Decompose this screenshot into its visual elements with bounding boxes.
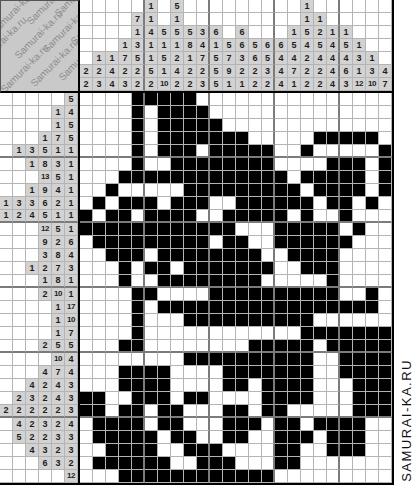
board-cell[interactable] bbox=[158, 171, 171, 184]
board-cell[interactable] bbox=[301, 262, 314, 275]
board-cell[interactable] bbox=[223, 444, 236, 457]
board-cell[interactable] bbox=[93, 327, 106, 340]
board-cell[interactable] bbox=[197, 457, 210, 470]
board-cell[interactable] bbox=[158, 457, 171, 470]
board-cell[interactable] bbox=[132, 353, 145, 366]
board-cell[interactable] bbox=[301, 119, 314, 132]
board-cell[interactable] bbox=[158, 210, 171, 223]
board-cell[interactable] bbox=[132, 184, 145, 197]
board-cell[interactable] bbox=[366, 340, 379, 353]
board-cell[interactable] bbox=[288, 366, 301, 379]
board-cell[interactable] bbox=[366, 171, 379, 184]
board-cell[interactable] bbox=[119, 106, 132, 119]
board-cell[interactable] bbox=[93, 379, 106, 392]
board-cell[interactable] bbox=[288, 145, 301, 158]
board-cell[interactable] bbox=[93, 262, 106, 275]
board-cell[interactable] bbox=[288, 249, 301, 262]
board-cell[interactable] bbox=[197, 366, 210, 379]
board-cell[interactable] bbox=[106, 314, 119, 327]
board-cell[interactable] bbox=[340, 431, 353, 444]
board-cell[interactable] bbox=[210, 379, 223, 392]
board-cell[interactable] bbox=[288, 223, 301, 236]
board-cell[interactable] bbox=[132, 119, 145, 132]
board-cell[interactable] bbox=[340, 132, 353, 145]
board-cell[interactable] bbox=[184, 431, 197, 444]
board-cell[interactable] bbox=[327, 262, 340, 275]
board-cell[interactable] bbox=[288, 314, 301, 327]
board-cell[interactable] bbox=[93, 288, 106, 301]
board-cell[interactable] bbox=[93, 158, 106, 171]
board-cell[interactable] bbox=[171, 353, 184, 366]
board-cell[interactable] bbox=[119, 119, 132, 132]
board-cell[interactable] bbox=[171, 275, 184, 288]
board-cell[interactable] bbox=[80, 340, 93, 353]
board-cell[interactable] bbox=[288, 132, 301, 145]
board-cell[interactable] bbox=[340, 106, 353, 119]
board-cell[interactable] bbox=[236, 301, 249, 314]
board-cell[interactable] bbox=[119, 145, 132, 158]
board-cell[interactable] bbox=[106, 158, 119, 171]
board-cell[interactable] bbox=[184, 314, 197, 327]
board-cell[interactable] bbox=[353, 171, 366, 184]
board-cell[interactable] bbox=[145, 327, 158, 340]
board-cell[interactable] bbox=[145, 210, 158, 223]
board-cell[interactable] bbox=[249, 418, 262, 431]
board-cell[interactable] bbox=[132, 262, 145, 275]
board-cell[interactable] bbox=[197, 275, 210, 288]
board-cell[interactable] bbox=[340, 236, 353, 249]
board-cell[interactable] bbox=[275, 353, 288, 366]
board-cell[interactable] bbox=[223, 210, 236, 223]
board-cell[interactable] bbox=[106, 353, 119, 366]
board-cell[interactable] bbox=[340, 444, 353, 457]
board-cell[interactable] bbox=[223, 392, 236, 405]
board-cell[interactable] bbox=[275, 314, 288, 327]
board-cell[interactable] bbox=[132, 93, 145, 106]
board-cell[interactable] bbox=[236, 171, 249, 184]
board-cell[interactable] bbox=[314, 444, 327, 457]
board-cell[interactable] bbox=[158, 301, 171, 314]
board-cell[interactable] bbox=[301, 210, 314, 223]
board-cell[interactable] bbox=[379, 93, 392, 106]
board-cell[interactable] bbox=[249, 184, 262, 197]
board-cell[interactable] bbox=[262, 405, 275, 418]
board-cell[interactable] bbox=[366, 275, 379, 288]
board-cell[interactable] bbox=[288, 288, 301, 301]
board-cell[interactable] bbox=[106, 93, 119, 106]
board-cell[interactable] bbox=[275, 392, 288, 405]
board-cell[interactable] bbox=[145, 119, 158, 132]
board-cell[interactable] bbox=[93, 145, 106, 158]
board-cell[interactable] bbox=[106, 145, 119, 158]
board-cell[interactable] bbox=[366, 457, 379, 470]
board-cell[interactable] bbox=[119, 197, 132, 210]
board-cell[interactable] bbox=[314, 262, 327, 275]
board-cell[interactable] bbox=[314, 314, 327, 327]
board-cell[interactable] bbox=[379, 262, 392, 275]
board-cell[interactable] bbox=[80, 210, 93, 223]
board-cell[interactable] bbox=[132, 444, 145, 457]
board-cell[interactable] bbox=[132, 275, 145, 288]
board-cell[interactable] bbox=[262, 301, 275, 314]
board-cell[interactable] bbox=[145, 366, 158, 379]
board-cell[interactable] bbox=[236, 210, 249, 223]
board-cell[interactable] bbox=[288, 275, 301, 288]
board-cell[interactable] bbox=[236, 106, 249, 119]
board-cell[interactable] bbox=[223, 431, 236, 444]
board-cell[interactable] bbox=[223, 340, 236, 353]
board-cell[interactable] bbox=[197, 288, 210, 301]
board-cell[interactable] bbox=[366, 379, 379, 392]
board-cell[interactable] bbox=[379, 314, 392, 327]
board-cell[interactable] bbox=[197, 262, 210, 275]
board-cell[interactable] bbox=[93, 236, 106, 249]
board-cell[interactable] bbox=[379, 236, 392, 249]
board-cell[interactable] bbox=[106, 223, 119, 236]
board-cell[interactable] bbox=[171, 444, 184, 457]
board-cell[interactable] bbox=[106, 210, 119, 223]
board-cell[interactable] bbox=[249, 431, 262, 444]
board-cell[interactable] bbox=[80, 301, 93, 314]
board-cell[interactable] bbox=[197, 145, 210, 158]
board-cell[interactable] bbox=[301, 366, 314, 379]
board-cell[interactable] bbox=[184, 223, 197, 236]
board-cell[interactable] bbox=[93, 392, 106, 405]
board-cell[interactable] bbox=[353, 145, 366, 158]
board-cell[interactable] bbox=[379, 249, 392, 262]
board-cell[interactable] bbox=[327, 184, 340, 197]
board-cell[interactable] bbox=[119, 210, 132, 223]
board-cell[interactable] bbox=[379, 366, 392, 379]
board-cell[interactable] bbox=[158, 158, 171, 171]
board-cell[interactable] bbox=[262, 470, 275, 483]
board-cell[interactable] bbox=[145, 223, 158, 236]
board-cell[interactable] bbox=[366, 301, 379, 314]
board-cell[interactable] bbox=[158, 223, 171, 236]
board-cell[interactable] bbox=[158, 405, 171, 418]
board-cell[interactable] bbox=[262, 457, 275, 470]
board-cell[interactable] bbox=[171, 158, 184, 171]
board-cell[interactable] bbox=[171, 327, 184, 340]
board-cell[interactable] bbox=[314, 470, 327, 483]
board-cell[interactable] bbox=[197, 184, 210, 197]
board-cell[interactable] bbox=[340, 145, 353, 158]
board-cell[interactable] bbox=[262, 106, 275, 119]
board-cell[interactable] bbox=[275, 106, 288, 119]
board-cell[interactable] bbox=[145, 93, 158, 106]
board-cell[interactable] bbox=[236, 236, 249, 249]
board-cell[interactable] bbox=[366, 366, 379, 379]
board-cell[interactable] bbox=[93, 470, 106, 483]
board-cell[interactable] bbox=[379, 418, 392, 431]
board-cell[interactable] bbox=[366, 262, 379, 275]
board-cell[interactable] bbox=[210, 262, 223, 275]
board-cell[interactable] bbox=[236, 132, 249, 145]
board-cell[interactable] bbox=[288, 392, 301, 405]
board-cell[interactable] bbox=[249, 301, 262, 314]
board-cell[interactable] bbox=[80, 106, 93, 119]
board-cell[interactable] bbox=[327, 457, 340, 470]
board-cell[interactable] bbox=[145, 431, 158, 444]
board-cell[interactable] bbox=[158, 145, 171, 158]
board-cell[interactable] bbox=[184, 262, 197, 275]
board-cell[interactable] bbox=[80, 93, 93, 106]
board-cell[interactable] bbox=[80, 275, 93, 288]
board-cell[interactable] bbox=[249, 262, 262, 275]
board-cell[interactable] bbox=[379, 145, 392, 158]
board-cell[interactable] bbox=[197, 301, 210, 314]
board-cell[interactable] bbox=[379, 457, 392, 470]
board-cell[interactable] bbox=[171, 184, 184, 197]
board-cell[interactable] bbox=[236, 288, 249, 301]
board-cell[interactable] bbox=[132, 132, 145, 145]
board-cell[interactable] bbox=[119, 223, 132, 236]
board-cell[interactable] bbox=[262, 444, 275, 457]
board-cell[interactable] bbox=[236, 366, 249, 379]
board-cell[interactable] bbox=[119, 158, 132, 171]
board-cell[interactable] bbox=[249, 288, 262, 301]
board-cell[interactable] bbox=[132, 366, 145, 379]
board-cell[interactable] bbox=[236, 418, 249, 431]
board-cell[interactable] bbox=[236, 145, 249, 158]
board-cell[interactable] bbox=[132, 145, 145, 158]
board-cell[interactable] bbox=[223, 327, 236, 340]
board-cell[interactable] bbox=[132, 301, 145, 314]
board-cell[interactable] bbox=[132, 327, 145, 340]
board-cell[interactable] bbox=[145, 444, 158, 457]
board-cell[interactable] bbox=[132, 340, 145, 353]
board-cell[interactable] bbox=[353, 197, 366, 210]
board-cell[interactable] bbox=[340, 457, 353, 470]
board-cell[interactable] bbox=[132, 457, 145, 470]
board-cell[interactable] bbox=[288, 353, 301, 366]
board-cell[interactable] bbox=[249, 106, 262, 119]
board-cell[interactable] bbox=[353, 249, 366, 262]
board-cell[interactable] bbox=[288, 197, 301, 210]
board-cell[interactable] bbox=[132, 470, 145, 483]
board-cell[interactable] bbox=[119, 327, 132, 340]
board-cell[interactable] bbox=[275, 431, 288, 444]
board-cell[interactable] bbox=[80, 392, 93, 405]
board-cell[interactable] bbox=[327, 171, 340, 184]
board-cell[interactable] bbox=[171, 197, 184, 210]
board-cell[interactable] bbox=[106, 197, 119, 210]
board-cell[interactable] bbox=[80, 444, 93, 457]
board-cell[interactable] bbox=[93, 444, 106, 457]
board-cell[interactable] bbox=[275, 379, 288, 392]
board-cell[interactable] bbox=[262, 236, 275, 249]
board-cell[interactable] bbox=[132, 158, 145, 171]
board-cell[interactable] bbox=[158, 392, 171, 405]
board-cell[interactable] bbox=[379, 158, 392, 171]
board-cell[interactable] bbox=[145, 457, 158, 470]
board-cell[interactable] bbox=[93, 223, 106, 236]
board-cell[interactable] bbox=[314, 223, 327, 236]
board-cell[interactable] bbox=[171, 119, 184, 132]
board-cell[interactable] bbox=[366, 249, 379, 262]
board-cell[interactable] bbox=[379, 210, 392, 223]
board-cell[interactable] bbox=[184, 119, 197, 132]
board-cell[interactable] bbox=[197, 470, 210, 483]
board-cell[interactable] bbox=[236, 223, 249, 236]
board-cell[interactable] bbox=[327, 210, 340, 223]
board-cell[interactable] bbox=[223, 262, 236, 275]
board-cell[interactable] bbox=[340, 93, 353, 106]
board-cell[interactable] bbox=[275, 301, 288, 314]
board-cell[interactable] bbox=[353, 431, 366, 444]
board-cell[interactable] bbox=[340, 301, 353, 314]
board-cell[interactable] bbox=[93, 366, 106, 379]
board-cell[interactable] bbox=[132, 288, 145, 301]
board-cell[interactable] bbox=[262, 197, 275, 210]
board-cell[interactable] bbox=[223, 301, 236, 314]
board-cell[interactable] bbox=[340, 366, 353, 379]
board-cell[interactable] bbox=[249, 132, 262, 145]
board-cell[interactable] bbox=[210, 106, 223, 119]
board-cell[interactable] bbox=[119, 288, 132, 301]
board-cell[interactable] bbox=[366, 314, 379, 327]
board-cell[interactable] bbox=[197, 106, 210, 119]
board-cell[interactable] bbox=[249, 236, 262, 249]
board-cell[interactable] bbox=[223, 314, 236, 327]
board-cell[interactable] bbox=[93, 457, 106, 470]
board-cell[interactable] bbox=[80, 353, 93, 366]
board-cell[interactable] bbox=[275, 366, 288, 379]
board-cell[interactable] bbox=[327, 301, 340, 314]
board-cell[interactable] bbox=[106, 262, 119, 275]
board-cell[interactable] bbox=[340, 171, 353, 184]
board-cell[interactable] bbox=[197, 327, 210, 340]
board-cell[interactable] bbox=[262, 327, 275, 340]
board-cell[interactable] bbox=[366, 236, 379, 249]
board-cell[interactable] bbox=[171, 132, 184, 145]
board-cell[interactable] bbox=[262, 119, 275, 132]
board-cell[interactable] bbox=[314, 431, 327, 444]
board-cell[interactable] bbox=[223, 366, 236, 379]
board-cell[interactable] bbox=[249, 366, 262, 379]
board-cell[interactable] bbox=[249, 314, 262, 327]
board-cell[interactable] bbox=[288, 301, 301, 314]
board-cell[interactable] bbox=[379, 119, 392, 132]
board-cell[interactable] bbox=[275, 236, 288, 249]
board-cell[interactable] bbox=[171, 145, 184, 158]
board-cell[interactable] bbox=[275, 119, 288, 132]
board-cell[interactable] bbox=[80, 132, 93, 145]
board-cell[interactable] bbox=[366, 132, 379, 145]
board-cell[interactable] bbox=[145, 340, 158, 353]
board-cell[interactable] bbox=[314, 418, 327, 431]
board-cell[interactable] bbox=[184, 327, 197, 340]
board-cell[interactable] bbox=[223, 470, 236, 483]
board-cell[interactable] bbox=[301, 236, 314, 249]
board-cell[interactable] bbox=[340, 184, 353, 197]
board-cell[interactable] bbox=[145, 132, 158, 145]
board-cell[interactable] bbox=[340, 158, 353, 171]
board-cell[interactable] bbox=[301, 223, 314, 236]
board-cell[interactable] bbox=[93, 418, 106, 431]
board-cell[interactable] bbox=[93, 301, 106, 314]
board-cell[interactable] bbox=[288, 431, 301, 444]
board-cell[interactable] bbox=[158, 93, 171, 106]
board-cell[interactable] bbox=[249, 158, 262, 171]
board-cell[interactable] bbox=[119, 132, 132, 145]
board-cell[interactable] bbox=[132, 210, 145, 223]
board-cell[interactable] bbox=[249, 379, 262, 392]
board-cell[interactable] bbox=[366, 158, 379, 171]
board-cell[interactable] bbox=[275, 132, 288, 145]
board-cell[interactable] bbox=[275, 288, 288, 301]
board-cell[interactable] bbox=[301, 106, 314, 119]
board-cell[interactable] bbox=[314, 249, 327, 262]
board-cell[interactable] bbox=[106, 236, 119, 249]
board-cell[interactable] bbox=[80, 145, 93, 158]
board-cell[interactable] bbox=[106, 301, 119, 314]
board-cell[interactable] bbox=[106, 457, 119, 470]
board-cell[interactable] bbox=[106, 418, 119, 431]
board-cell[interactable] bbox=[236, 353, 249, 366]
board-cell[interactable] bbox=[171, 366, 184, 379]
board-cell[interactable] bbox=[249, 327, 262, 340]
board-cell[interactable] bbox=[210, 275, 223, 288]
board-cell[interactable] bbox=[366, 197, 379, 210]
board-cell[interactable] bbox=[327, 223, 340, 236]
board-cell[interactable] bbox=[314, 457, 327, 470]
board-cell[interactable] bbox=[314, 366, 327, 379]
board-cell[interactable] bbox=[106, 379, 119, 392]
board-cell[interactable] bbox=[93, 119, 106, 132]
board-cell[interactable] bbox=[353, 418, 366, 431]
board-cell[interactable] bbox=[80, 171, 93, 184]
board-cell[interactable] bbox=[171, 210, 184, 223]
board-cell[interactable] bbox=[301, 197, 314, 210]
board-cell[interactable] bbox=[249, 171, 262, 184]
board-cell[interactable] bbox=[262, 145, 275, 158]
board-cell[interactable] bbox=[223, 249, 236, 262]
board-cell[interactable] bbox=[301, 301, 314, 314]
board-cell[interactable] bbox=[288, 119, 301, 132]
board-cell[interactable] bbox=[197, 171, 210, 184]
board-cell[interactable] bbox=[210, 392, 223, 405]
board-cell[interactable] bbox=[301, 353, 314, 366]
board-cell[interactable] bbox=[340, 288, 353, 301]
board-cell[interactable] bbox=[106, 444, 119, 457]
board-cell[interactable] bbox=[340, 353, 353, 366]
board-cell[interactable] bbox=[106, 275, 119, 288]
board-cell[interactable] bbox=[249, 392, 262, 405]
board-cell[interactable] bbox=[236, 275, 249, 288]
board-cell[interactable] bbox=[210, 340, 223, 353]
board-cell[interactable] bbox=[184, 405, 197, 418]
board-cell[interactable] bbox=[210, 418, 223, 431]
board-cell[interactable] bbox=[210, 405, 223, 418]
board-cell[interactable] bbox=[353, 340, 366, 353]
board-cell[interactable] bbox=[301, 145, 314, 158]
board-cell[interactable] bbox=[262, 184, 275, 197]
board-cell[interactable] bbox=[249, 93, 262, 106]
board-cell[interactable] bbox=[353, 353, 366, 366]
board-cell[interactable] bbox=[132, 379, 145, 392]
board-cell[interactable] bbox=[340, 249, 353, 262]
board-cell[interactable] bbox=[223, 106, 236, 119]
board-cell[interactable] bbox=[158, 431, 171, 444]
board-cell[interactable] bbox=[327, 327, 340, 340]
board-cell[interactable] bbox=[80, 119, 93, 132]
board-cell[interactable] bbox=[184, 106, 197, 119]
board-cell[interactable] bbox=[301, 314, 314, 327]
board-cell[interactable] bbox=[353, 184, 366, 197]
board-cell[interactable] bbox=[340, 340, 353, 353]
board-cell[interactable] bbox=[197, 418, 210, 431]
